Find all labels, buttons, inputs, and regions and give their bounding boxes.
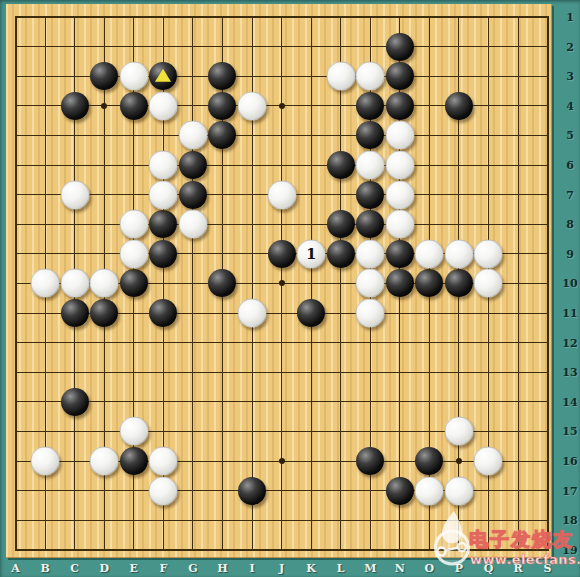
row-label: 2 — [566, 40, 574, 53]
white-stone — [90, 447, 119, 476]
white-stone — [415, 476, 444, 505]
column-label: G — [188, 562, 197, 575]
black-stone — [445, 269, 473, 297]
white-stone — [31, 269, 60, 298]
row-label: 18 — [562, 514, 577, 527]
grid-hline — [15, 342, 549, 343]
black-stone — [90, 62, 118, 90]
grid-hline — [15, 165, 549, 166]
black-stone — [297, 299, 325, 327]
go-diagram-screenshot: 电子发烧友 www.elecfans.com 1ABCDEFGHIJKLMNOP… — [0, 0, 580, 577]
black-stone — [120, 92, 148, 120]
row-label: 14 — [562, 395, 577, 408]
white-stone — [267, 180, 296, 209]
black-stone — [61, 388, 89, 416]
row-label: 5 — [566, 129, 574, 142]
column-label: F — [159, 562, 167, 575]
row-label: 9 — [566, 247, 574, 260]
white-stone — [31, 447, 60, 476]
white-stone — [444, 476, 473, 505]
row-label: 4 — [566, 99, 574, 112]
black-stone — [386, 62, 414, 90]
row-label: 15 — [562, 425, 577, 438]
black-stone — [356, 92, 384, 120]
black-stone — [208, 269, 236, 297]
column-label: D — [99, 562, 109, 575]
column-label: E — [130, 562, 138, 575]
row-label: 8 — [566, 218, 574, 231]
white-stone — [149, 447, 178, 476]
star-point — [279, 458, 285, 464]
black-stone — [386, 92, 414, 120]
black-stone — [208, 62, 236, 90]
column-label: I — [249, 562, 254, 575]
grid-hline — [15, 224, 549, 225]
black-stone — [386, 477, 414, 505]
row-label: 13 — [562, 366, 577, 379]
black-stone — [179, 181, 207, 209]
black-stone — [356, 181, 384, 209]
white-stone — [149, 476, 178, 505]
column-label: C — [70, 562, 79, 575]
black-stone — [90, 299, 118, 327]
black-stone — [386, 269, 414, 297]
grid-hline — [15, 520, 549, 521]
column-label: L — [337, 562, 345, 575]
white-stone — [444, 239, 473, 268]
white-stone — [385, 210, 414, 239]
grid-hline — [15, 16, 549, 18]
black-stone — [415, 269, 443, 297]
white-stone — [238, 91, 267, 120]
black-stone — [149, 210, 177, 238]
white-stone — [356, 269, 385, 298]
white-stone — [119, 417, 148, 446]
white-stone — [60, 269, 89, 298]
star-point — [279, 103, 285, 109]
star-point — [279, 280, 285, 286]
white-stone — [356, 299, 385, 328]
white-stone — [119, 62, 148, 91]
white-stone — [385, 180, 414, 209]
black-stone — [208, 121, 236, 149]
column-label: S — [544, 562, 552, 575]
row-label: 10 — [562, 277, 577, 290]
column-label: K — [306, 562, 316, 575]
white-stone — [356, 62, 385, 91]
black-stone — [208, 92, 236, 120]
grid-hline — [15, 46, 549, 47]
white-stone — [385, 121, 414, 150]
row-label: 6 — [566, 159, 574, 172]
column-label: Q — [484, 562, 494, 575]
column-label: J — [279, 562, 284, 575]
grid-hline — [15, 135, 549, 136]
black-stone — [327, 151, 355, 179]
black-stone — [238, 477, 266, 505]
white-stone — [149, 180, 178, 209]
row-label: 7 — [566, 188, 574, 201]
move-number-label: 1 — [306, 244, 316, 262]
column-label: R — [513, 562, 522, 575]
white-stone — [119, 210, 148, 239]
triangle-mark — [155, 69, 171, 82]
black-stone — [327, 210, 355, 238]
black-stone — [120, 447, 148, 475]
white-stone — [326, 62, 355, 91]
row-label: 16 — [562, 455, 577, 468]
row-label: 1 — [566, 11, 574, 24]
grid-hline — [15, 372, 549, 373]
grid-hline — [15, 549, 549, 551]
black-stone — [149, 240, 177, 268]
white-stone — [356, 239, 385, 268]
white-stone — [356, 151, 385, 180]
white-stone — [90, 269, 119, 298]
black-stone — [179, 151, 207, 179]
black-stone — [386, 240, 414, 268]
column-label: B — [40, 562, 49, 575]
white-stone — [238, 299, 267, 328]
black-stone — [356, 447, 384, 475]
column-label: M — [364, 562, 376, 575]
grid-hline — [15, 401, 549, 402]
row-label: 11 — [562, 307, 577, 320]
white-stone — [149, 151, 178, 180]
black-stone — [415, 447, 443, 475]
white-stone — [474, 447, 503, 476]
column-label: H — [217, 562, 227, 575]
column-label: P — [455, 562, 463, 575]
column-label: N — [395, 562, 405, 575]
black-stone — [120, 269, 148, 297]
white-stone — [178, 210, 207, 239]
row-label: 17 — [562, 484, 577, 497]
column-label: A — [11, 562, 20, 575]
white-stone — [119, 239, 148, 268]
white-stone — [415, 239, 444, 268]
black-stone — [268, 240, 296, 268]
black-stone — [61, 92, 89, 120]
white-stone — [474, 239, 503, 268]
black-stone — [61, 299, 89, 327]
black-stone — [356, 210, 384, 238]
white-stone — [178, 121, 207, 150]
black-stone — [327, 240, 355, 268]
row-label: 12 — [562, 336, 577, 349]
white-stone — [444, 417, 473, 446]
row-label: 3 — [566, 70, 574, 83]
column-label: O — [425, 562, 435, 575]
star-point — [101, 103, 107, 109]
white-stone — [385, 151, 414, 180]
black-stone — [149, 299, 177, 327]
white-stone — [149, 91, 178, 120]
black-stone — [445, 92, 473, 120]
row-label: 19 — [562, 543, 577, 556]
star-point — [456, 458, 462, 464]
black-stone — [356, 121, 384, 149]
black-stone — [386, 33, 414, 61]
white-stone — [474, 269, 503, 298]
white-stone — [60, 180, 89, 209]
